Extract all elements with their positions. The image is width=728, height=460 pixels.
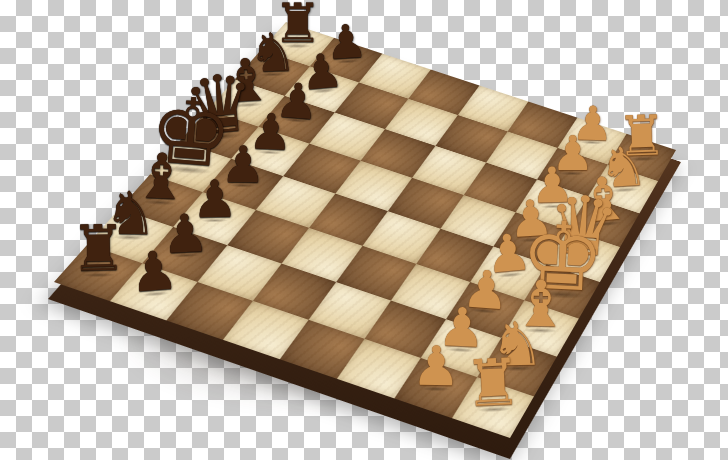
- chess-board: [54, 22, 676, 438]
- transparent-checker-background: ♜♞♝♛♚♝♞♜♟♟♟♟♟♟♟♟♟♟♟♟♟♟♟♟♜♞♝♛♚♝♞♜: [0, 0, 728, 460]
